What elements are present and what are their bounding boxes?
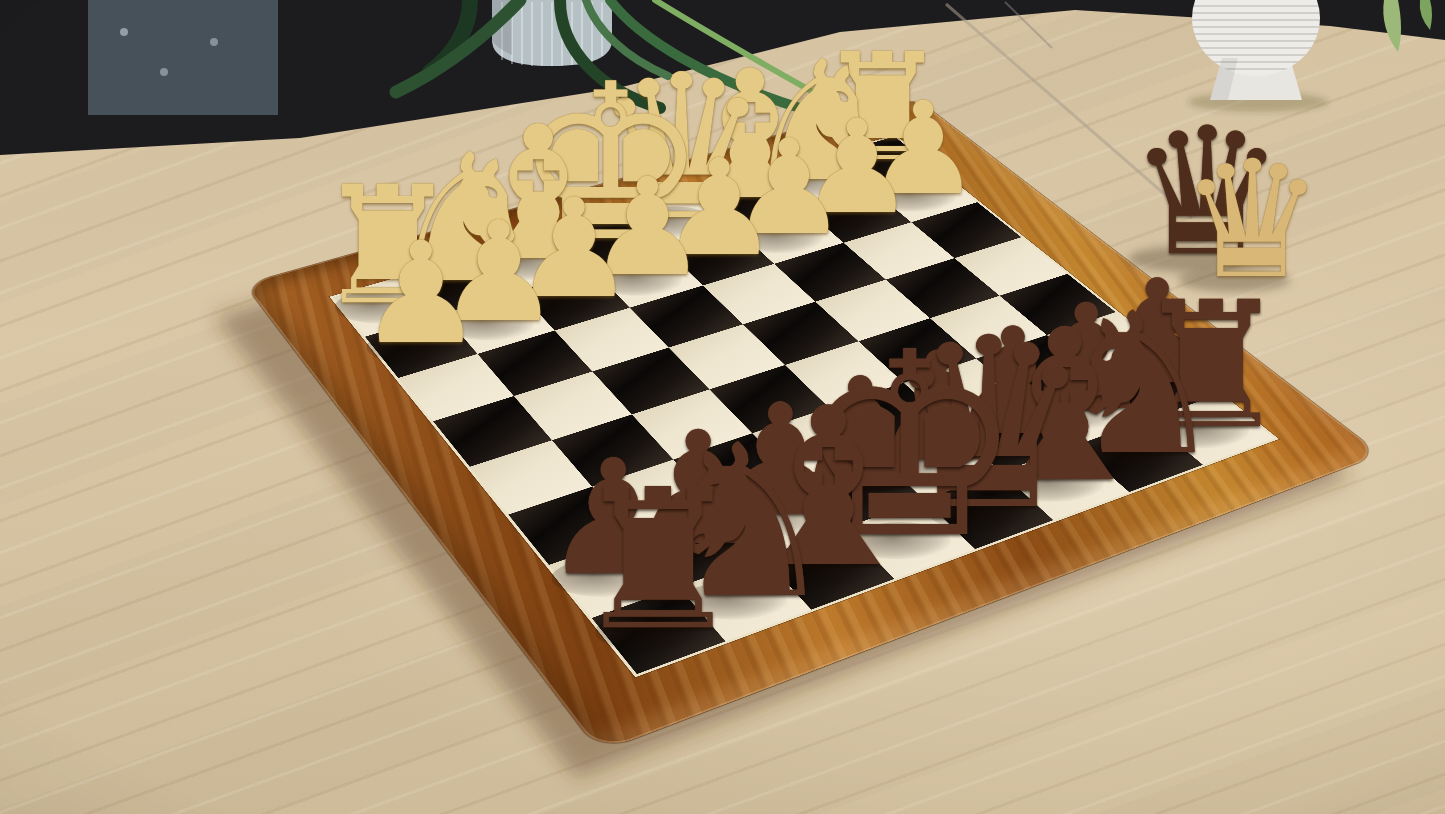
- pieces-layer: ♛ ♛ ♜♞♟♝♟♛♟♚♟♝♟♞♟♜♟♟♟♟♜♟♞♟♝♟♛♟♚♟♝♟♞♜: [0, 0, 1445, 814]
- scene: ♛ ♛ ♜♞♟♝♟♛♟♚♟♝♟♞♟♜♟♟♟♟♜♟♞♟♝♟♛♟♚♟♝♟♞♜: [0, 0, 1445, 814]
- piece-black-rook-h8[interactable]: ♜: [572, 463, 745, 656]
- piece-white-pawn-h2[interactable]: ♟: [358, 225, 484, 365]
